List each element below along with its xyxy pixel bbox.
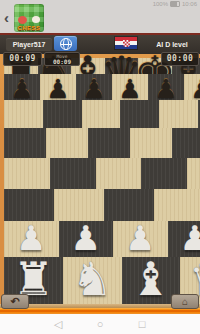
nav-back-icon[interactable]: ◁ bbox=[52, 319, 64, 330]
home-button[interactable]: ⌂ bbox=[171, 294, 199, 309]
undo-icon: ↶ bbox=[10, 295, 19, 308]
square-a7[interactable]: ♟ bbox=[4, 74, 40, 100]
square-b3[interactable] bbox=[54, 189, 104, 221]
black-pawn-b7[interactable]: ♟ bbox=[46, 76, 69, 102]
square-b7[interactable]: ♟ bbox=[40, 74, 76, 100]
home-icon: ⌂ bbox=[182, 296, 188, 307]
square-d8[interactable]: ♛ bbox=[105, 58, 139, 74]
battery-percent: 100% bbox=[153, 1, 168, 7]
opponent-clock: 00:00 bbox=[161, 52, 199, 66]
globe-button[interactable] bbox=[54, 36, 77, 51]
app-icon-red-piece bbox=[18, 16, 27, 24]
white-pawn-d2[interactable]: ♟ bbox=[180, 221, 200, 255]
square-a6[interactable] bbox=[4, 100, 43, 128]
square-b4[interactable] bbox=[50, 158, 96, 189]
top-banner: 100% 10:06 ‹ CHESS bbox=[0, 0, 200, 33]
square-f6[interactable] bbox=[198, 100, 200, 128]
square-d6[interactable] bbox=[120, 100, 159, 128]
square-c3[interactable] bbox=[104, 189, 154, 221]
black-pawn-d7[interactable]: ♟ bbox=[118, 76, 141, 102]
square-c5[interactable] bbox=[88, 128, 130, 158]
square-c7[interactable]: ♟ bbox=[76, 74, 112, 100]
square-e6[interactable] bbox=[159, 100, 198, 128]
square-e4[interactable] bbox=[187, 158, 200, 189]
flag-crest bbox=[123, 40, 130, 47]
square-e7[interactable]: ♟ bbox=[148, 74, 184, 100]
square-b5[interactable] bbox=[46, 128, 88, 158]
square-c6[interactable] bbox=[82, 100, 121, 128]
move-clock-value: 00:09 bbox=[45, 59, 79, 65]
chess-board: ♜♞♝♛♚♝♞♜♟♟♟♟♟♟♟♟♟♟♟♟♟♟♟♟♜♞♝♛♚♝♞♜ bbox=[4, 58, 200, 304]
undo-button[interactable]: ↶ bbox=[1, 294, 29, 309]
globe-icon bbox=[60, 38, 72, 50]
battery-icon bbox=[170, 1, 180, 7]
chess-app-icon[interactable]: CHESS bbox=[14, 4, 44, 32]
move-clock: Move 00:09 bbox=[44, 52, 80, 66]
board-rank-7: ♟♟♟♟♟♟♟♟ bbox=[4, 74, 200, 100]
white-pawn-a2[interactable]: ♟ bbox=[16, 221, 46, 255]
square-d3[interactable] bbox=[154, 189, 200, 221]
nav-home-icon[interactable]: ○ bbox=[94, 319, 106, 330]
player-name-plate: Player517 bbox=[6, 38, 52, 51]
square-d7[interactable]: ♟ bbox=[112, 74, 148, 100]
app-icon-white-piece bbox=[32, 16, 40, 23]
board-rank-6 bbox=[4, 100, 200, 128]
player-clock: 00:09 bbox=[3, 52, 42, 66]
status-bar: 100% 10:06 bbox=[153, 1, 197, 7]
square-c4[interactable] bbox=[96, 158, 142, 189]
back-chevron-icon[interactable]: ‹ bbox=[4, 10, 9, 25]
board-rank-4 bbox=[4, 158, 200, 189]
white-pawn-c2[interactable]: ♟ bbox=[125, 221, 155, 255]
croatia-flag bbox=[115, 37, 137, 49]
black-pawn-c7[interactable]: ♟ bbox=[82, 76, 105, 102]
app-icon-label: CHESS bbox=[14, 25, 44, 31]
square-d4[interactable] bbox=[141, 158, 187, 189]
square-b1[interactable]: ♞ bbox=[63, 257, 122, 304]
board-scene: ♜♞♝♛♚♝♞♜♟♟♟♟♟♟♟♟♟♟♟♟♟♟♟♟♜♞♝♛♚♝♞♜ bbox=[0, 54, 200, 308]
board-rank-3 bbox=[4, 189, 200, 221]
black-pawn-f7[interactable]: ♟ bbox=[190, 76, 200, 102]
white-knight-b1[interactable]: ♞ bbox=[72, 256, 113, 302]
black-pawn-e7[interactable]: ♟ bbox=[154, 76, 177, 102]
square-f7[interactable]: ♟ bbox=[184, 74, 200, 100]
square-e5[interactable] bbox=[172, 128, 200, 158]
white-bishop-c1[interactable]: ♝ bbox=[130, 256, 171, 302]
chess-app-screen: 100% 10:06 ‹ CHESS Player517 AI D level … bbox=[0, 0, 200, 334]
nav-recents-icon[interactable]: □ bbox=[136, 319, 148, 330]
black-pawn-a7[interactable]: ♟ bbox=[10, 76, 33, 102]
square-a4[interactable] bbox=[4, 158, 50, 189]
status-time: 10:06 bbox=[182, 1, 197, 7]
android-nav-bar: ◁ ○ □ bbox=[0, 314, 200, 334]
square-a3[interactable] bbox=[4, 189, 54, 221]
square-b6[interactable] bbox=[43, 100, 82, 128]
square-d5[interactable] bbox=[130, 128, 172, 158]
opponent-name-label: AI D level bbox=[146, 38, 198, 51]
square-a5[interactable] bbox=[4, 128, 46, 158]
board-rank-5 bbox=[4, 128, 200, 158]
white-pawn-b2[interactable]: ♟ bbox=[71, 221, 101, 255]
